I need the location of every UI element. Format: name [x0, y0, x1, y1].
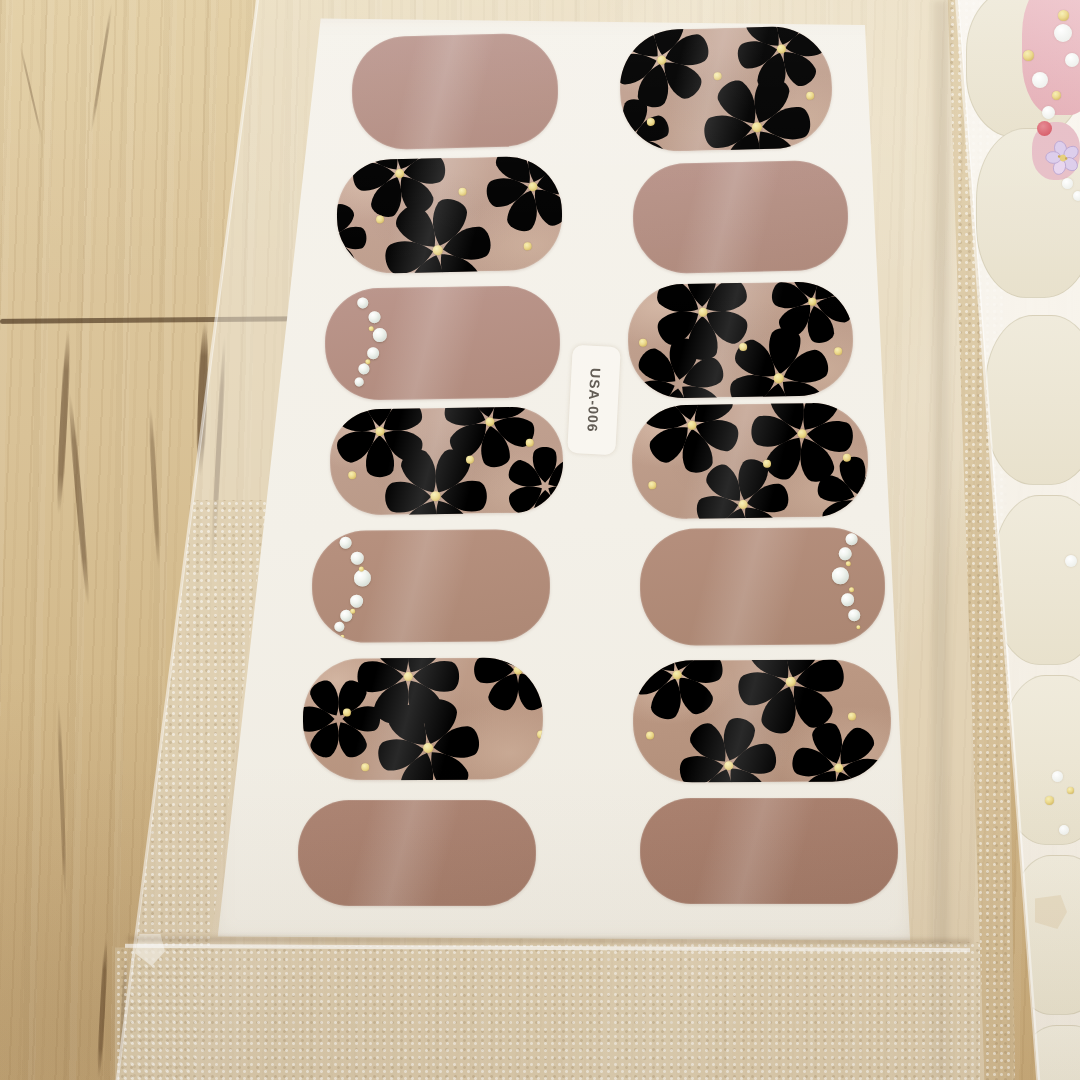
nail-sticker-R7 [640, 798, 898, 904]
gold-dot [714, 72, 722, 80]
gold-dot [848, 713, 856, 721]
gold-dot [672, 670, 681, 679]
gold-dot [687, 420, 696, 429]
pearl-rhinestone [340, 610, 352, 622]
flower-outline [481, 423, 563, 516]
flower-outline [412, 406, 564, 499]
gold-dot [647, 118, 655, 126]
white-dot [1059, 825, 1069, 835]
gold-dot [376, 215, 384, 223]
nail-sticker-R3 [627, 281, 854, 399]
flower-outline [717, 659, 864, 755]
flower-outline [794, 434, 868, 519]
flower-outline [631, 402, 759, 492]
gold-dot [738, 500, 747, 509]
nail-sticker-L6 [303, 657, 544, 780]
gold-dot [348, 471, 356, 479]
gold-dot [808, 298, 816, 306]
pearl-rhinestone [350, 551, 363, 564]
gold-dot [423, 743, 433, 753]
gold-dot [1052, 91, 1061, 100]
flower-outline [455, 156, 563, 264]
nail-sticker-R5 [639, 527, 885, 646]
gold-micro-dot [368, 326, 373, 331]
flower-outline [647, 684, 810, 783]
flower-outline [303, 657, 406, 780]
gold-dot [774, 373, 784, 383]
flower-outline [446, 657, 543, 741]
flower-outline [353, 413, 519, 515]
flower-outline [707, 25, 833, 122]
nail-sticker-R1 [618, 25, 833, 153]
white-dot [1042, 106, 1055, 119]
white-dot [1065, 555, 1077, 567]
flower-outline [709, 309, 847, 399]
gold-dot [776, 44, 785, 53]
gold-dot [375, 426, 384, 435]
gold-dot [657, 55, 666, 64]
gold-dot [1023, 50, 1034, 61]
gold-dot [528, 182, 537, 191]
gold-dot [698, 307, 707, 316]
gold-dot [639, 339, 647, 347]
pearl-rhinestone [367, 347, 379, 359]
white-dot [1054, 24, 1072, 42]
nail-sticker-L2 [336, 156, 563, 275]
photo-canvas: USA-006 [0, 0, 1080, 1080]
pearl-rhinestone [848, 609, 860, 621]
flower-outline [633, 659, 747, 744]
gold-dot [537, 730, 543, 738]
gold-dot [403, 672, 412, 681]
pearl-rhinestone [334, 622, 344, 632]
pearl-rhinestone [373, 328, 387, 342]
flower-outline [687, 57, 827, 153]
pearl-rhinestone [340, 537, 352, 549]
gold-dot [763, 460, 771, 468]
nail-sticker-R6 [633, 659, 892, 782]
gold-dot [458, 188, 466, 196]
pearl-rhinestone [841, 593, 854, 606]
pearl-rhinestone [357, 297, 368, 308]
flower-outline [336, 178, 390, 274]
gold-dot [752, 122, 762, 132]
pearl-rhinestone [354, 377, 363, 386]
gold-dot [843, 454, 851, 462]
gold-micro-dot [849, 587, 854, 592]
white-dot [1073, 191, 1080, 201]
gold-dot [485, 417, 494, 426]
gold-dot [1058, 10, 1069, 21]
pearl-rhinestone [353, 569, 370, 586]
flower-outline [742, 281, 854, 372]
gold-dot [361, 763, 369, 771]
gold-dot [430, 491, 440, 501]
nail-sticker-L7 [298, 800, 536, 906]
gold-dot [834, 347, 842, 355]
gold-dot [395, 168, 404, 177]
nail-sticker-L1 [351, 32, 560, 150]
flower-outline [673, 434, 813, 520]
gold-dot [797, 429, 806, 438]
stickers-layer [0, 0, 1080, 1080]
pearl-rhinestone [831, 567, 848, 584]
gold-dot [806, 92, 814, 100]
gold-micro-dot [856, 625, 860, 629]
gold-dot [433, 245, 443, 255]
nail-sticker-R4 [631, 402, 869, 519]
flower-outline [363, 176, 512, 274]
flower-outline [358, 678, 499, 781]
gold-micro-dot [845, 561, 850, 566]
gold-dot [1067, 787, 1074, 794]
gold-dot [786, 677, 796, 687]
gold-micro-dot [350, 608, 355, 613]
gold-micro-dot [358, 566, 363, 571]
flower-outline [627, 281, 781, 390]
gold-dot [526, 439, 534, 447]
gold-dot [343, 708, 351, 716]
flower-outline [627, 321, 742, 399]
flower-outline [336, 156, 472, 246]
gold-dot [739, 343, 747, 351]
product-code-text: USA-006 [584, 367, 603, 432]
pearl-rhinestone [838, 547, 851, 560]
gold-dot [466, 456, 474, 464]
cream-nail-sticker [985, 315, 1080, 485]
white-dot [1052, 771, 1063, 782]
gold-dot [646, 732, 654, 740]
nail-sticker-R2 [632, 160, 849, 274]
red-bud [1037, 121, 1052, 136]
gold-dot [834, 763, 843, 772]
gold-micro-dot [340, 635, 344, 639]
gold-dot [1045, 796, 1054, 805]
pearl-rhinestone [358, 363, 369, 374]
pearl-rhinestone [368, 311, 380, 323]
gold-dot [513, 665, 522, 674]
product-code-label: USA-006 [567, 345, 621, 455]
gold-dot [724, 761, 733, 770]
gold-dot [648, 481, 656, 489]
white-dot [1065, 53, 1079, 67]
gold-dot [524, 242, 532, 250]
flower-outline [737, 402, 867, 498]
nail-sticker-L3 [324, 285, 561, 401]
flower-outline [618, 25, 730, 129]
flower-outline [325, 657, 490, 758]
flower-outline [761, 690, 892, 783]
nail-sticker-L5 [312, 529, 551, 643]
pearl-rhinestone [846, 533, 858, 545]
nail-sticker-L4 [329, 406, 563, 515]
white-dot [1062, 178, 1073, 189]
flower-outline [618, 78, 691, 153]
white-dot [1032, 72, 1048, 88]
gold-micro-dot [365, 359, 370, 364]
pearl-rhinestone [350, 594, 363, 607]
flower-outline [329, 406, 454, 505]
